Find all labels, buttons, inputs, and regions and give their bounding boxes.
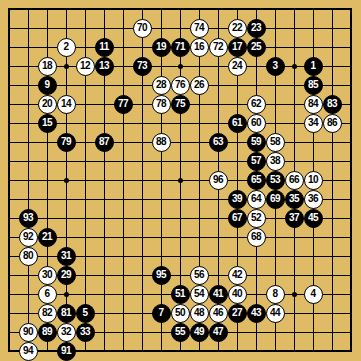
stone-black-move-17: 17 (228, 38, 247, 57)
stone-white-move-36: 36 (304, 190, 323, 209)
stone-black-move-25: 25 (247, 38, 266, 57)
stone-black-move-89: 89 (38, 323, 57, 342)
stone-white-move-34: 34 (304, 114, 323, 133)
star-point (292, 64, 297, 69)
stone-black-move-69: 69 (266, 190, 285, 209)
stone-white-move-76: 76 (171, 76, 190, 95)
stone-black-move-55: 55 (171, 323, 190, 342)
stone-black-move-49: 49 (190, 323, 209, 342)
stone-white-move-32: 32 (57, 323, 76, 342)
stone-black-move-93: 93 (19, 209, 38, 228)
stone-white-move-56: 56 (190, 266, 209, 285)
star-point (64, 64, 69, 69)
stone-white-move-74: 74 (190, 19, 209, 38)
stone-black-move-43: 43 (247, 304, 266, 323)
stone-black-move-35: 35 (285, 190, 304, 209)
stone-white-move-88: 88 (152, 133, 171, 152)
stone-white-move-80: 80 (19, 247, 38, 266)
star-point (178, 64, 183, 69)
star-point (292, 292, 297, 297)
grid-line-horizontal (9, 237, 351, 238)
stone-white-move-86: 86 (323, 114, 342, 133)
stone-black-move-13: 13 (95, 57, 114, 76)
stone-black-move-67: 67 (228, 209, 247, 228)
stone-white-move-30: 30 (38, 266, 57, 285)
stone-black-move-19: 19 (152, 38, 171, 57)
stone-white-move-60: 60 (247, 114, 266, 133)
stone-black-move-41: 41 (209, 285, 228, 304)
stone-black-move-91: 91 (57, 342, 76, 361)
stone-black-move-37: 37 (285, 209, 304, 228)
stone-white-move-58: 58 (266, 133, 285, 152)
stone-white-move-50: 50 (171, 304, 190, 323)
stone-black-move-53: 53 (266, 171, 285, 190)
stone-black-move-75: 75 (171, 95, 190, 114)
stone-black-move-61: 61 (228, 114, 247, 133)
stone-black-move-57: 57 (247, 152, 266, 171)
stone-white-move-94: 94 (19, 342, 38, 361)
stone-black-move-11: 11 (95, 38, 114, 57)
stone-black-move-81: 81 (57, 304, 76, 323)
stone-white-move-12: 12 (76, 57, 95, 76)
star-point (64, 292, 69, 297)
go-board[interactable]: 1234567891011121314151617181920212223242… (0, 0, 361, 361)
stone-black-move-33: 33 (76, 323, 95, 342)
stone-black-move-85: 85 (304, 76, 323, 95)
stone-white-move-64: 64 (247, 190, 266, 209)
stone-white-move-28: 28 (152, 76, 171, 95)
stone-black-move-73: 73 (133, 57, 152, 76)
stone-white-move-78: 78 (152, 95, 171, 114)
stone-white-move-14: 14 (57, 95, 76, 114)
stone-black-move-47: 47 (209, 323, 228, 342)
stone-white-move-62: 62 (247, 95, 266, 114)
stone-white-move-18: 18 (38, 57, 57, 76)
stone-black-move-63: 63 (209, 133, 228, 152)
stone-black-move-15: 15 (38, 114, 57, 133)
stone-white-move-90: 90 (19, 323, 38, 342)
stone-white-move-22: 22 (228, 19, 247, 38)
stone-black-move-21: 21 (38, 228, 57, 247)
stone-black-move-45: 45 (304, 209, 323, 228)
stone-white-move-70: 70 (133, 19, 152, 38)
stone-black-move-27: 27 (228, 304, 247, 323)
stone-white-move-44: 44 (266, 304, 285, 323)
stone-black-move-3: 3 (266, 57, 285, 76)
stone-black-move-1: 1 (304, 57, 323, 76)
stone-black-move-59: 59 (247, 133, 266, 152)
stone-white-move-24: 24 (228, 57, 247, 76)
stone-white-move-96: 96 (209, 171, 228, 190)
stone-black-move-39: 39 (228, 190, 247, 209)
stone-black-move-23: 23 (247, 19, 266, 38)
stone-black-move-65: 65 (247, 171, 266, 190)
stone-white-move-46: 46 (209, 304, 228, 323)
stone-black-move-51: 51 (171, 285, 190, 304)
stone-white-move-48: 48 (190, 304, 209, 323)
stone-white-move-40: 40 (228, 285, 247, 304)
stone-black-move-9: 9 (38, 76, 57, 95)
stone-black-move-5: 5 (76, 304, 95, 323)
stone-white-move-84: 84 (304, 95, 323, 114)
stone-white-move-2: 2 (57, 38, 76, 57)
stone-black-move-79: 79 (57, 133, 76, 152)
stone-white-move-42: 42 (228, 266, 247, 285)
stone-white-move-66: 66 (285, 171, 304, 190)
stone-white-move-26: 26 (190, 76, 209, 95)
stone-black-move-95: 95 (152, 266, 171, 285)
stone-white-move-52: 52 (247, 209, 266, 228)
stone-white-move-6: 6 (38, 285, 57, 304)
stone-white-move-72: 72 (209, 38, 228, 57)
stone-black-move-7: 7 (152, 304, 171, 323)
stone-white-move-4: 4 (304, 285, 323, 304)
stone-white-move-10: 10 (304, 171, 323, 190)
stone-black-move-87: 87 (95, 133, 114, 152)
stone-white-move-82: 82 (38, 304, 57, 323)
stone-white-move-54: 54 (190, 285, 209, 304)
stone-black-move-29: 29 (57, 266, 76, 285)
stone-black-move-31: 31 (57, 247, 76, 266)
stone-black-move-77: 77 (114, 95, 133, 114)
grid-line-vertical (332, 9, 333, 351)
stone-white-move-16: 16 (190, 38, 209, 57)
stone-white-move-38: 38 (266, 152, 285, 171)
stone-white-move-8: 8 (266, 285, 285, 304)
stone-white-move-92: 92 (19, 228, 38, 247)
stone-white-move-68: 68 (247, 228, 266, 247)
star-point (178, 178, 183, 183)
stone-white-move-20: 20 (38, 95, 57, 114)
stone-black-move-71: 71 (171, 38, 190, 57)
star-point (64, 178, 69, 183)
stone-black-move-83: 83 (323, 95, 342, 114)
